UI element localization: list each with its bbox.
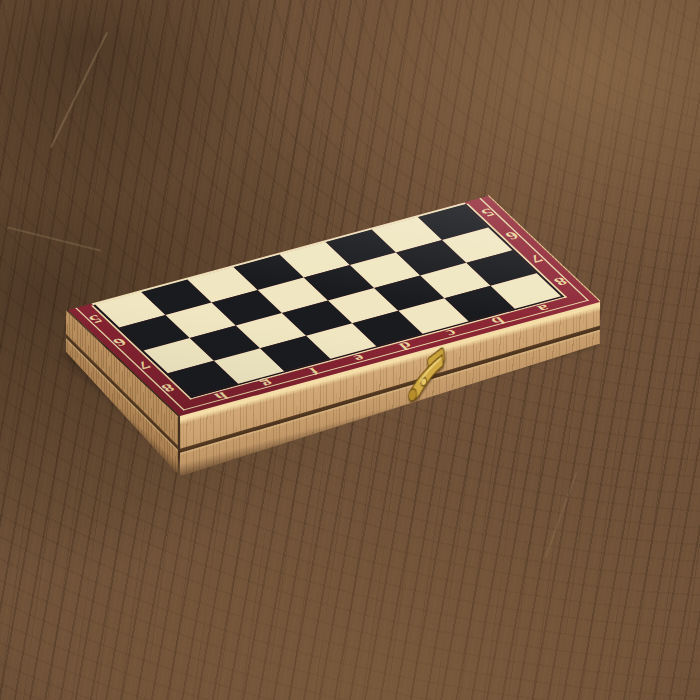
table-scratch bbox=[50, 32, 108, 148]
table-scratch bbox=[7, 226, 101, 251]
table-scratch bbox=[545, 472, 578, 557]
